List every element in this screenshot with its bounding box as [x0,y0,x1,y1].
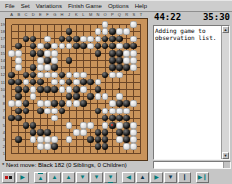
intersection-G18[interactable] [51,28,58,35]
fast-back-button[interactable]: ▲ [48,172,61,183]
intersection-K17[interactable] [73,35,80,42]
intersection-E19[interactable] [37,21,44,28]
intersection-H8[interactable] [58,100,65,107]
intersection-F9[interactable] [44,93,51,100]
intersection-S10[interactable] [130,86,137,93]
intersection-N5[interactable] [94,122,101,129]
intersection-D14[interactable] [30,57,37,64]
intersection-S7[interactable] [130,107,137,114]
prev-variation-button[interactable]: ◀ [122,172,135,183]
intersection-F2[interactable] [44,143,51,150]
intersection-E7[interactable] [37,107,44,114]
intersection-C3[interactable] [22,136,29,143]
intersection-L2[interactable] [80,143,87,150]
intersection-F4[interactable] [44,129,51,136]
message-panel[interactable]: Adding game to observation list. ▲ ▼ [153,25,230,160]
intersection-E13[interactable] [37,64,44,71]
intersection-G5[interactable] [51,122,58,129]
intersection-M11[interactable] [87,79,94,86]
intersection-P6[interactable] [109,114,116,121]
intersection-L1[interactable] [80,150,87,157]
intersection-L8[interactable] [80,100,87,107]
intersection-P10[interactable] [109,86,116,93]
intersection-D18[interactable] [30,28,37,35]
intersection-T5[interactable] [137,122,144,129]
intersection-T17[interactable] [137,35,144,42]
intersection-S17[interactable] [130,35,137,42]
intersection-J12[interactable] [66,71,73,78]
intersection-D19[interactable] [30,21,37,28]
intersection-P5[interactable] [109,122,116,129]
intersection-C2[interactable] [22,143,29,150]
intersection-A5[interactable] [8,122,15,129]
intersection-B10[interactable] [15,86,22,93]
intersection-J17[interactable] [66,35,73,42]
intersection-K1[interactable] [73,150,80,157]
intersection-D12[interactable] [30,71,37,78]
intersection-P11[interactable] [109,79,116,86]
intersection-K12[interactable] [73,71,80,78]
intersection-M18[interactable] [87,28,94,35]
forward-button[interactable]: ▼ [76,172,89,183]
intersection-P13[interactable] [109,64,116,71]
intersection-M1[interactable] [87,150,94,157]
intersection-F7[interactable] [44,107,51,114]
intersection-T6[interactable] [137,114,144,121]
intersection-L17[interactable] [80,35,87,42]
intersection-L16[interactable] [80,43,87,50]
intersection-B7[interactable] [15,107,22,114]
intersection-T13[interactable] [137,64,144,71]
menu-item-set[interactable]: Set [18,2,33,11]
intersection-Q1[interactable] [116,150,123,157]
intersection-M19[interactable] [87,21,94,28]
intersection-D15[interactable] [30,50,37,57]
fast-forward-button[interactable]: ▼ [90,172,103,183]
to-start-button[interactable]: ▲ [34,172,47,183]
scroll-down-button[interactable]: ▼ [222,152,229,159]
intersection-E4[interactable] [37,129,44,136]
intersection-Q18[interactable] [116,28,123,35]
intersection-P18[interactable] [109,28,116,35]
intersection-A6[interactable] [8,114,15,121]
intersection-J11[interactable] [66,79,73,86]
intersection-D6[interactable] [30,114,37,121]
intersection-P12[interactable] [109,71,116,78]
menu-item-finish-game[interactable]: Finish Game [65,2,105,11]
setup-stones-button[interactable] [2,172,15,183]
play-button[interactable]: ▶ [16,172,29,183]
intersection-E2[interactable] [37,143,44,150]
intersection-C17[interactable] [22,35,29,42]
intersection-T14[interactable] [137,57,144,64]
intersection-B1[interactable] [15,150,22,157]
intersection-K3[interactable] [73,136,80,143]
intersection-P7[interactable] [109,107,116,114]
intersection-Q9[interactable] [116,93,123,100]
intersection-M12[interactable] [87,71,94,78]
intersection-R12[interactable] [123,71,130,78]
intersection-A16[interactable] [8,43,15,50]
intersection-E17[interactable] [37,35,44,42]
intersection-J16[interactable] [66,43,73,50]
intersection-Q3[interactable] [116,136,123,143]
intersection-L15[interactable] [80,50,87,57]
intersection-D13[interactable] [30,64,37,71]
down-variation-button[interactable]: ▼ [164,172,177,183]
intersection-C9[interactable] [22,93,29,100]
intersection-J10[interactable] [66,86,73,93]
intersection-B12[interactable] [15,71,22,78]
intersection-K11[interactable] [73,79,80,86]
intersection-D3[interactable] [30,136,37,143]
jump-last-button[interactable]: ▶❙ [196,172,209,183]
intersection-D1[interactable] [30,150,37,157]
intersection-O5[interactable] [101,122,108,129]
intersection-G16[interactable] [51,43,58,50]
intersection-F6[interactable] [44,114,51,121]
menu-item-options[interactable]: Options [105,2,132,11]
intersection-E8[interactable] [37,100,44,107]
intersection-L11[interactable] [80,79,87,86]
intersection-C6[interactable] [22,114,29,121]
intersection-S14[interactable] [130,57,137,64]
intersection-G1[interactable] [51,150,58,157]
intersection-N18[interactable] [94,28,101,35]
intersection-F15[interactable] [44,50,51,57]
intersection-E10[interactable] [37,86,44,93]
intersection-B4[interactable] [15,129,22,136]
intersection-G6[interactable] [51,114,58,121]
intersection-G4[interactable] [51,129,58,136]
intersection-E16[interactable] [37,43,44,50]
intersection-L13[interactable] [80,64,87,71]
intersection-R11[interactable] [123,79,130,86]
intersection-N7[interactable] [94,107,101,114]
intersection-O14[interactable] [101,57,108,64]
intersection-Q2[interactable] [116,143,123,150]
intersection-C13[interactable] [22,64,29,71]
intersection-O8[interactable] [101,100,108,107]
intersection-L14[interactable] [80,57,87,64]
intersection-K8[interactable] [73,100,80,107]
intersection-L9[interactable] [80,93,87,100]
pause-button[interactable]: ❙ [178,172,191,183]
intersection-M8[interactable] [87,100,94,107]
intersection-D4[interactable] [30,129,37,136]
intersection-L4[interactable] [80,129,87,136]
intersection-M3[interactable] [87,136,94,143]
intersection-M15[interactable] [87,50,94,57]
next-variation-button[interactable]: ▶ [150,172,163,183]
intersection-G10[interactable] [51,86,58,93]
intersection-G14[interactable] [51,57,58,64]
intersection-P15[interactable] [109,50,116,57]
intersection-O4[interactable] [101,129,108,136]
intersection-E11[interactable] [37,79,44,86]
intersection-T16[interactable] [137,43,144,50]
intersection-J13[interactable] [66,64,73,71]
intersection-C11[interactable] [22,79,29,86]
intersection-B17[interactable] [15,35,22,42]
intersection-G11[interactable] [51,79,58,86]
intersection-R5[interactable] [123,122,130,129]
intersection-P8[interactable] [109,100,116,107]
intersection-F13[interactable] [44,64,51,71]
intersection-K10[interactable] [73,86,80,93]
intersection-B2[interactable] [15,143,22,150]
intersection-O18[interactable] [101,28,108,35]
intersection-J14[interactable] [66,57,73,64]
intersection-J2[interactable] [66,143,73,150]
intersection-A18[interactable] [8,28,15,35]
intersection-K6[interactable] [73,114,80,121]
intersection-O2[interactable] [101,143,108,150]
intersection-T7[interactable] [137,107,144,114]
intersection-S6[interactable] [130,114,137,121]
intersection-H10[interactable] [58,86,65,93]
intersection-S2[interactable] [130,143,137,150]
intersection-A3[interactable] [8,136,15,143]
intersection-H1[interactable] [58,150,65,157]
intersection-B18[interactable] [15,28,22,35]
intersection-L6[interactable] [80,114,87,121]
intersection-T10[interactable] [137,86,144,93]
intersection-C15[interactable] [22,50,29,57]
intersection-K19[interactable] [73,21,80,28]
intersection-O11[interactable] [101,79,108,86]
intersection-K16[interactable] [73,43,80,50]
intersection-H5[interactable] [58,122,65,129]
intersection-F3[interactable] [44,136,51,143]
intersection-K5[interactable] [73,122,80,129]
intersection-Q17[interactable] [116,35,123,42]
intersection-N9[interactable] [94,93,101,100]
intersection-O3[interactable] [101,136,108,143]
intersection-N10[interactable] [94,86,101,93]
intersection-P14[interactable] [109,57,116,64]
intersection-B16[interactable] [15,43,22,50]
intersection-M4[interactable] [87,129,94,136]
intersection-N14[interactable] [94,57,101,64]
intersection-P17[interactable] [109,35,116,42]
intersection-Q4[interactable] [116,129,123,136]
intersection-Q15[interactable] [116,50,123,57]
intersection-E5[interactable] [37,122,44,129]
intersection-J3[interactable] [66,136,73,143]
intersection-Q12[interactable] [116,71,123,78]
intersection-Q11[interactable] [116,79,123,86]
intersection-N8[interactable] [94,100,101,107]
intersection-C10[interactable] [22,86,29,93]
command-input[interactable] [153,161,231,169]
intersection-A10[interactable] [8,86,15,93]
intersection-F18[interactable] [44,28,51,35]
intersection-L7[interactable] [80,107,87,114]
intersection-G9[interactable] [51,93,58,100]
intersection-B6[interactable] [15,114,22,121]
intersection-K18[interactable] [73,28,80,35]
back-button[interactable]: ▲ [62,172,75,183]
intersection-G17[interactable] [51,35,58,42]
intersection-N1[interactable] [94,150,101,157]
intersection-C4[interactable] [22,129,29,136]
intersection-T18[interactable] [137,28,144,35]
intersection-M17[interactable] [87,35,94,42]
intersection-N16[interactable] [94,43,101,50]
intersection-R9[interactable] [123,93,130,100]
intersection-A15[interactable] [8,50,15,57]
intersection-T2[interactable] [137,143,144,150]
intersection-S3[interactable] [130,136,137,143]
intersection-B13[interactable] [15,64,22,71]
intersection-J7[interactable] [66,107,73,114]
intersection-D8[interactable] [30,100,37,107]
intersection-R14[interactable] [123,57,130,64]
intersection-C14[interactable] [22,57,29,64]
intersection-S11[interactable] [130,79,137,86]
intersection-A9[interactable] [8,93,15,100]
intersection-B8[interactable] [15,100,22,107]
intersection-Q6[interactable] [116,114,123,121]
intersection-F12[interactable] [44,71,51,78]
intersection-T12[interactable] [137,71,144,78]
intersection-R8[interactable] [123,100,130,107]
intersection-O7[interactable] [101,107,108,114]
intersection-A4[interactable] [8,129,15,136]
intersection-R2[interactable] [123,143,130,150]
intersection-A1[interactable] [8,150,15,157]
intersection-L5[interactable] [80,122,87,129]
intersection-O16[interactable] [101,43,108,50]
intersection-F1[interactable] [44,150,51,157]
intersection-G8[interactable] [51,100,58,107]
intersection-J6[interactable] [66,114,73,121]
intersection-H18[interactable] [58,28,65,35]
intersection-N12[interactable] [94,71,101,78]
intersection-B11[interactable] [15,79,22,86]
intersection-J18[interactable] [66,28,73,35]
intersection-F8[interactable] [44,100,51,107]
intersection-P19[interactable] [109,21,116,28]
intersection-R17[interactable] [123,35,130,42]
intersection-C16[interactable] [22,43,29,50]
intersection-J9[interactable] [66,93,73,100]
intersection-L3[interactable] [80,136,87,143]
intersection-H13[interactable] [58,64,65,71]
intersection-D9[interactable] [30,93,37,100]
menu-item-help[interactable]: Help [132,2,150,11]
intersection-G15[interactable] [51,50,58,57]
intersection-R18[interactable] [123,28,130,35]
intersection-J8[interactable] [66,100,73,107]
intersection-Q14[interactable] [116,57,123,64]
intersection-O19[interactable] [101,21,108,28]
intersection-M13[interactable] [87,64,94,71]
intersection-R3[interactable] [123,136,130,143]
intersection-N17[interactable] [94,35,101,42]
intersection-M14[interactable] [87,57,94,64]
menu-item-variations[interactable]: Variations [33,2,65,11]
intersection-C7[interactable] [22,107,29,114]
intersection-E9[interactable] [37,93,44,100]
intersection-Q16[interactable] [116,43,123,50]
intersection-A14[interactable] [8,57,15,64]
intersection-N19[interactable] [94,21,101,28]
intersection-S18[interactable] [130,28,137,35]
intersection-K15[interactable] [73,50,80,57]
intersection-M5[interactable] [87,122,94,129]
intersection-H9[interactable] [58,93,65,100]
intersection-K14[interactable] [73,57,80,64]
intersection-A2[interactable] [8,143,15,150]
intersection-Q19[interactable] [116,21,123,28]
intersection-J1[interactable] [66,150,73,157]
intersection-C19[interactable] [22,21,29,28]
intersection-D16[interactable] [30,43,37,50]
intersection-E6[interactable] [37,114,44,121]
intersection-T1[interactable] [137,150,144,157]
intersection-O13[interactable] [101,64,108,71]
intersection-R4[interactable] [123,129,130,136]
intersection-D7[interactable] [30,107,37,114]
intersection-N4[interactable] [94,129,101,136]
intersection-T11[interactable] [137,79,144,86]
intersection-S13[interactable] [130,64,137,71]
intersection-M7[interactable] [87,107,94,114]
intersection-L18[interactable] [80,28,87,35]
intersection-B9[interactable] [15,93,22,100]
intersection-R1[interactable] [123,150,130,157]
intersection-F5[interactable] [44,122,51,129]
intersection-N2[interactable] [94,143,101,150]
intersection-T8[interactable] [137,100,144,107]
intersection-K7[interactable] [73,107,80,114]
intersection-P2[interactable] [109,143,116,150]
intersection-T9[interactable] [137,93,144,100]
intersection-M10[interactable] [87,86,94,93]
intersection-H19[interactable] [58,21,65,28]
intersection-C8[interactable] [22,100,29,107]
intersection-H16[interactable] [58,43,65,50]
intersection-S1[interactable] [130,150,137,157]
intersection-A11[interactable] [8,79,15,86]
intersection-D11[interactable] [30,79,37,86]
intersection-T15[interactable] [137,50,144,57]
intersection-J5[interactable] [66,122,73,129]
intersection-M16[interactable] [87,43,94,50]
intersection-D5[interactable] [30,122,37,129]
intersection-O9[interactable] [101,93,108,100]
intersection-A7[interactable] [8,107,15,114]
intersection-D10[interactable] [30,86,37,93]
intersection-H11[interactable] [58,79,65,86]
intersection-N3[interactable] [94,136,101,143]
intersection-C12[interactable] [22,71,29,78]
intersection-F14[interactable] [44,57,51,64]
intersection-O10[interactable] [101,86,108,93]
intersection-H7[interactable] [58,107,65,114]
intersection-D17[interactable] [30,35,37,42]
intersection-H3[interactable] [58,136,65,143]
intersection-H15[interactable] [58,50,65,57]
intersection-F10[interactable] [44,86,51,93]
intersection-G19[interactable] [51,21,58,28]
intersection-A17[interactable] [8,35,15,42]
intersection-Q13[interactable] [116,64,123,71]
intersection-P3[interactable] [109,136,116,143]
intersection-K2[interactable] [73,143,80,150]
